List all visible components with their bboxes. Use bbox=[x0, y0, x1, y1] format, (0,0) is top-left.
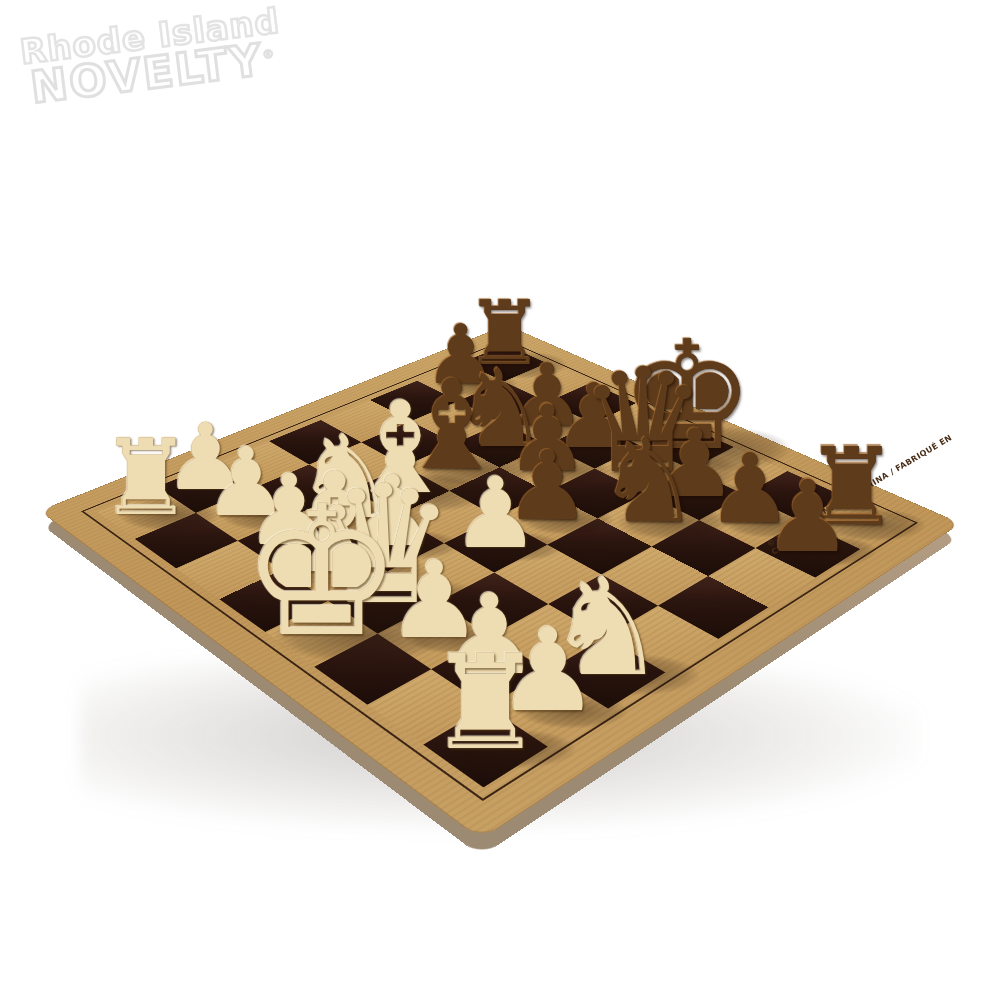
registered-mark: ® bbox=[262, 47, 278, 63]
black-pawn-h7[interactable]: ♟ bbox=[763, 467, 852, 566]
white-rook-a1[interactable]: ♜ bbox=[99, 426, 193, 531]
white-king-e1[interactable]: ♚ bbox=[241, 482, 402, 662]
brand-watermark: Rhode Island NOVELTY® bbox=[18, 4, 286, 109]
pieces-layer: ♜♟♟♟♞♝♝♟♚♛♟♟♟♜♟♞♟♜♝♞♟♟♟♟♛♚♞♟♟♟♜ bbox=[0, 0, 1000, 1000]
black-knight-f6[interactable]: ♞ bbox=[596, 423, 700, 539]
product-photo-stage: ♜♟♟♟♞♝♝♟♚♛♟♟♟♜♟♞♟♜♝♞♟♟♟♟♛♚♞♟♟♟♜ Rhode Is… bbox=[0, 0, 1000, 1000]
white-rook-h1[interactable]: ♜ bbox=[427, 637, 544, 768]
